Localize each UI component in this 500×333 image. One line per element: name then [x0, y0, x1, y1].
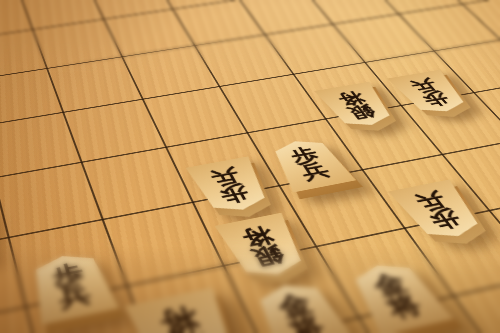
shogi-photo-scene: 歩兵 銀将 歩兵 歩兵 歩兵 歩兵 — [0, 0, 500, 333]
board-grid-lines — [0, 0, 500, 333]
board-top-surface — [0, 0, 500, 333]
shogi-board: 歩兵 銀将 歩兵 歩兵 歩兵 歩兵 — [0, 0, 500, 333]
perspective-world: 歩兵 銀将 歩兵 歩兵 歩兵 歩兵 — [0, 0, 500, 333]
